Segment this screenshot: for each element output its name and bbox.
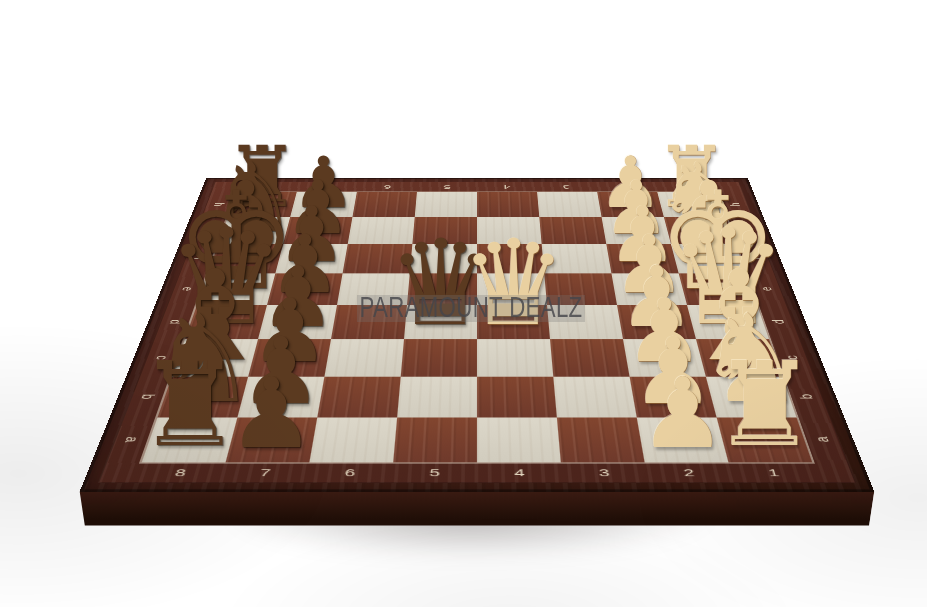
- square-e7: [267, 273, 343, 305]
- rank-label-far-4: 4: [496, 184, 518, 189]
- square-a2: [637, 417, 729, 462]
- square-b1: [706, 377, 797, 418]
- square-b7: [237, 377, 324, 418]
- square-b4: [477, 377, 557, 418]
- product-photo-stage: 8765432187654321abcdefghabcdefgh ♜♞♝♛♚♝♞…: [0, 0, 927, 607]
- watermark: PARAMOUNT DEALZ: [359, 290, 582, 324]
- square-g4: [477, 217, 542, 244]
- square-a1: [717, 417, 813, 462]
- rank-label-far-7: 7: [316, 184, 339, 189]
- square-c4: [477, 339, 553, 376]
- board-playing-area: [142, 192, 813, 462]
- square-c8: [172, 339, 258, 376]
- square-g7: [283, 217, 352, 244]
- square-c3: [550, 339, 630, 376]
- square-f3: [542, 244, 612, 273]
- square-b2: [630, 377, 717, 418]
- square-e8: [197, 273, 275, 305]
- square-a5: [393, 417, 477, 462]
- square-b8: [158, 377, 249, 418]
- square-c5: [401, 339, 477, 376]
- square-a6: [309, 417, 397, 462]
- rank-label-far-3: 3: [555, 184, 578, 189]
- square-g8: [218, 217, 290, 244]
- square-f1: [671, 244, 746, 273]
- square-c1: [696, 339, 782, 376]
- square-g6: [348, 217, 415, 244]
- square-d1: [687, 305, 769, 339]
- rank-label-far-1: 1: [674, 184, 698, 189]
- rank-label-far-6: 6: [376, 184, 399, 189]
- square-g2: [602, 217, 671, 244]
- square-a3: [557, 417, 645, 462]
- square-b6: [317, 377, 400, 418]
- square-g1: [664, 217, 736, 244]
- chess-board: 8765432187654321abcdefghabcdefgh: [80, 178, 875, 492]
- square-d7: [258, 305, 337, 339]
- square-f5: [410, 244, 477, 273]
- square-d2: [617, 305, 696, 339]
- square-b3: [553, 377, 636, 418]
- square-g3: [539, 217, 606, 244]
- square-a4: [477, 417, 561, 462]
- square-c7: [248, 339, 331, 376]
- square-f4: [477, 244, 544, 273]
- square-f8: [208, 244, 283, 273]
- rank-label-far-2: 2: [614, 184, 637, 189]
- square-f7: [275, 244, 347, 273]
- square-d8: [185, 305, 267, 339]
- square-c2: [623, 339, 706, 376]
- square-a7: [226, 417, 318, 462]
- board-front-edge: [80, 492, 875, 526]
- square-g5: [412, 217, 477, 244]
- rank-label-far-8: 8: [256, 184, 280, 189]
- square-a8: [142, 417, 238, 462]
- rank-label-far-5: 5: [436, 184, 458, 189]
- square-b5: [397, 377, 477, 418]
- square-c6: [324, 339, 404, 376]
- square-e2: [611, 273, 687, 305]
- square-f6: [343, 244, 413, 273]
- square-f2: [606, 244, 678, 273]
- square-e1: [679, 273, 757, 305]
